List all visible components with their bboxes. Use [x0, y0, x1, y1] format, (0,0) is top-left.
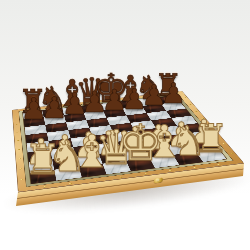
brass-stud: [184, 97, 187, 98]
brass-stud: [43, 186, 46, 188]
brass-latch: [154, 177, 164, 183]
brass-stud: [69, 183, 72, 185]
brass-stud: [215, 134, 218, 135]
brass-stud: [222, 143, 225, 144]
brass-stud: [18, 149, 21, 150]
brass-stud: [169, 170, 172, 172]
brass-stud: [19, 158, 22, 159]
brass-stud: [189, 104, 192, 105]
brass-stud: [19, 168, 22, 169]
brass-stud: [16, 124, 18, 125]
brass-stud: [193, 167, 196, 168]
brass-stud: [119, 176, 122, 178]
brass-stud: [16, 131, 18, 132]
brass-stud: [20, 179, 23, 181]
product-photo: ♜♞♝♛♚♝♞♜♟♟♟♟♟♟♟♟♟♟♟♟♟♟♟♟♜♞♝♛♚♝♞♜: [0, 0, 250, 250]
brass-stud: [208, 126, 211, 127]
brass-stud: [201, 118, 204, 119]
brass-stud: [195, 111, 198, 112]
brass-stud: [230, 153, 233, 154]
brass-stud: [217, 164, 220, 165]
brass-stud: [15, 116, 17, 117]
brass-stud: [94, 180, 97, 182]
brass-stud: [17, 140, 19, 141]
brass-stud: [144, 173, 147, 175]
